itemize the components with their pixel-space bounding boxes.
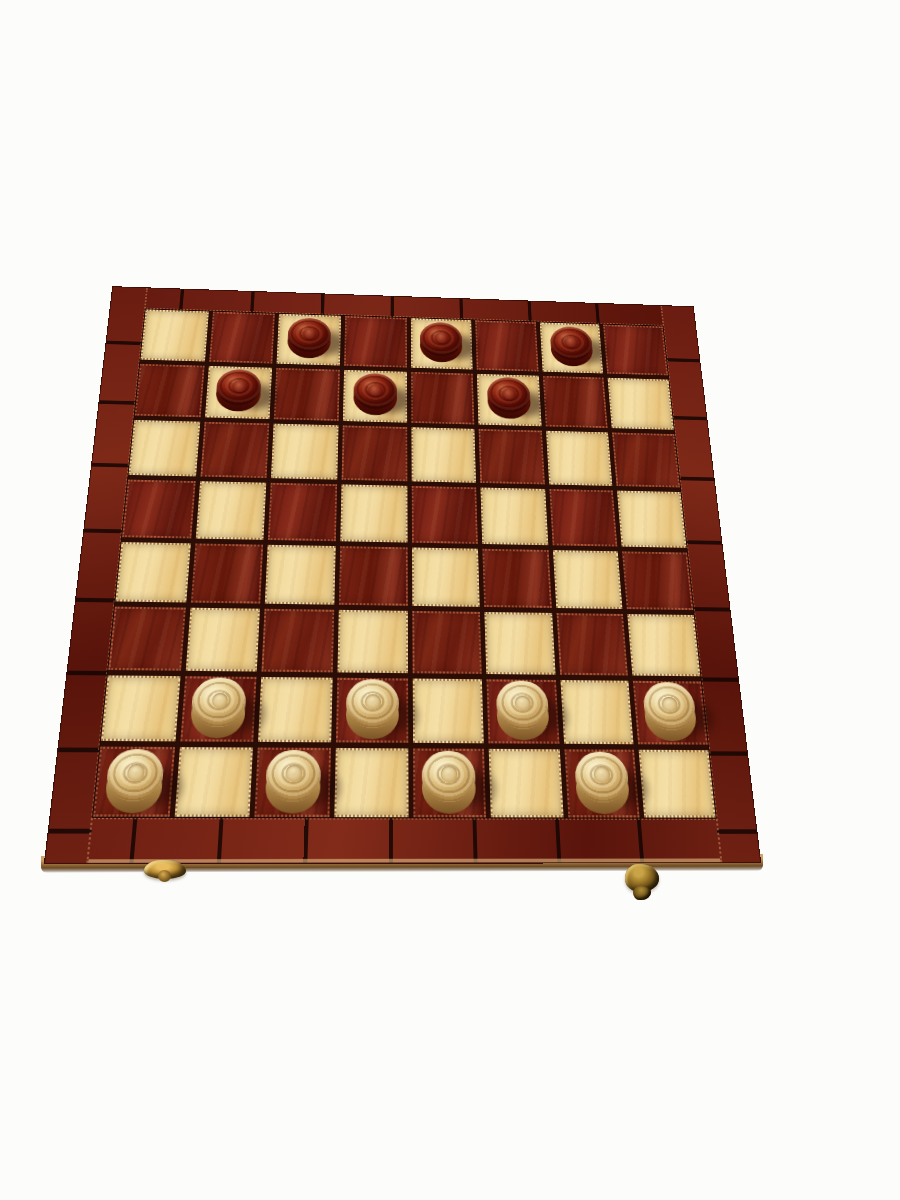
brass-clasp-left[interactable] <box>144 860 186 879</box>
square-r4c8[interactable] <box>617 490 686 547</box>
checker-top <box>422 751 476 802</box>
square-shading <box>414 680 482 741</box>
red-checker[interactable] <box>287 317 331 352</box>
square-r7c4[interactable] <box>336 677 408 743</box>
square-r8c3[interactable] <box>255 748 331 817</box>
square-shading <box>110 609 183 668</box>
red-checker[interactable] <box>549 326 593 361</box>
square-r6c2[interactable] <box>185 608 260 671</box>
square-shading <box>484 550 549 606</box>
square-shading <box>544 377 606 426</box>
square-r7c6[interactable] <box>487 679 560 744</box>
square-r5c6[interactable] <box>482 548 551 608</box>
square-r3c5[interactable] <box>411 427 476 482</box>
square-shading <box>270 485 335 539</box>
square-shading <box>103 677 178 739</box>
square-shading <box>413 488 476 542</box>
square-shading <box>630 616 699 674</box>
square-r5c8[interactable] <box>622 551 693 610</box>
square-r1c7[interactable] <box>540 322 604 373</box>
square-shading <box>477 322 537 370</box>
board-frame-bottom <box>45 817 760 863</box>
square-r2c4[interactable] <box>343 370 407 423</box>
square-r1c3[interactable] <box>277 314 341 365</box>
square-r5c3[interactable] <box>265 544 336 605</box>
square-shading <box>124 481 193 536</box>
square-shading <box>187 610 258 669</box>
product-photo-background <box>0 0 900 1200</box>
square-r1c2[interactable] <box>209 312 275 364</box>
light-wood-checker[interactable] <box>105 749 165 801</box>
square-r2c7[interactable] <box>543 376 608 429</box>
square-shading <box>558 615 626 673</box>
square-r3c4[interactable] <box>342 426 407 481</box>
square-shading <box>486 614 553 672</box>
square-r8c1[interactable] <box>93 747 175 817</box>
square-shading <box>260 679 330 741</box>
light-wood-checker[interactable] <box>496 681 550 730</box>
square-r6c1[interactable] <box>108 607 185 671</box>
square-shading <box>551 491 616 544</box>
square-r6c4[interactable] <box>337 610 407 673</box>
square-shading <box>619 492 685 545</box>
square-r3c6[interactable] <box>479 429 545 484</box>
red-checker[interactable] <box>487 377 531 413</box>
square-shading <box>482 489 546 543</box>
square-r1c5[interactable] <box>410 318 472 369</box>
square-r4c3[interactable] <box>268 483 337 541</box>
square-r3c2[interactable] <box>200 422 269 478</box>
square-r4c1[interactable] <box>122 479 195 538</box>
checker-top <box>345 679 398 728</box>
light-wood-checker[interactable] <box>191 678 248 728</box>
board-grid <box>93 309 716 817</box>
square-r4c5[interactable] <box>411 486 478 544</box>
square-shading <box>341 548 406 604</box>
square-r3c7[interactable] <box>546 431 613 486</box>
square-r8c4[interactable] <box>334 748 408 817</box>
square-shading <box>555 552 621 608</box>
square-r7c8[interactable] <box>633 681 708 746</box>
square-shading <box>412 373 472 423</box>
square-shading <box>346 318 405 366</box>
square-r2c1[interactable] <box>135 364 205 418</box>
square-shading <box>414 613 480 671</box>
square-shading <box>137 365 203 415</box>
square-shading <box>343 427 405 479</box>
square-shading <box>193 545 262 602</box>
square-r4c2[interactable] <box>195 481 266 539</box>
square-r2c8[interactable] <box>608 377 674 430</box>
square-shading <box>142 311 206 359</box>
square-shading <box>276 369 338 419</box>
square-shading <box>610 379 673 428</box>
square-r5c1[interactable] <box>115 542 190 603</box>
square-shading <box>480 431 542 482</box>
square-r7c1[interactable] <box>101 675 180 742</box>
square-r5c4[interactable] <box>339 546 408 606</box>
red-checker[interactable] <box>216 369 262 406</box>
square-r3c1[interactable] <box>129 420 200 476</box>
square-r4c4[interactable] <box>340 484 407 542</box>
square-shading <box>413 429 475 481</box>
light-wood-checker[interactable] <box>345 679 398 728</box>
square-shading <box>130 422 198 474</box>
square-r1c4[interactable] <box>344 316 407 367</box>
red-checker[interactable] <box>420 322 463 357</box>
square-shading <box>267 546 334 602</box>
square-r7c5[interactable] <box>412 678 484 743</box>
square-r5c7[interactable] <box>553 550 623 610</box>
checkers-board <box>45 287 760 863</box>
light-wood-checker[interactable] <box>642 682 697 731</box>
square-r2c3[interactable] <box>274 368 340 422</box>
square-r4c7[interactable] <box>549 489 617 546</box>
square-r2c5[interactable] <box>411 372 475 425</box>
square-r8c5[interactable] <box>413 749 487 817</box>
square-r1c6[interactable] <box>475 320 538 371</box>
square-shading <box>605 326 666 373</box>
square-shading <box>491 752 562 816</box>
brass-clasp-right[interactable] <box>625 864 659 892</box>
square-r7c2[interactable] <box>180 676 257 742</box>
square-r1c1[interactable] <box>140 309 208 361</box>
square-r1c8[interactable] <box>603 325 668 376</box>
square-r6c8[interactable] <box>628 614 701 676</box>
square-shading <box>211 313 274 361</box>
square-r5c2[interactable] <box>191 543 264 604</box>
square-shading <box>614 435 678 486</box>
square-r3c8[interactable] <box>612 433 680 488</box>
square-r6c6[interactable] <box>484 612 555 674</box>
square-shading <box>117 544 188 601</box>
checker-top <box>353 373 397 410</box>
light-wood-checker[interactable] <box>422 751 476 802</box>
square-shading <box>264 611 333 670</box>
square-r5c5[interactable] <box>412 547 480 607</box>
square-shading <box>336 751 406 815</box>
square-shading <box>197 483 264 537</box>
square-r3c3[interactable] <box>271 424 338 480</box>
red-checker[interactable] <box>353 373 397 410</box>
square-r6c7[interactable] <box>556 613 628 675</box>
square-r6c3[interactable] <box>262 609 334 672</box>
light-wood-checker[interactable] <box>573 751 629 802</box>
square-r8c7[interactable] <box>564 750 640 818</box>
square-r2c6[interactable] <box>477 374 541 427</box>
square-shading <box>202 424 268 476</box>
square-shading <box>548 433 611 484</box>
square-shading <box>273 426 337 478</box>
light-wood-checker[interactable] <box>265 750 321 802</box>
square-shading <box>624 553 691 608</box>
square-shading <box>339 612 406 671</box>
square-shading <box>176 750 251 815</box>
square-r4c6[interactable] <box>481 487 549 544</box>
square-r2c2[interactable] <box>205 366 273 420</box>
square-shading <box>413 549 478 605</box>
square-shading <box>342 486 405 540</box>
square-r6c5[interactable] <box>412 611 482 674</box>
